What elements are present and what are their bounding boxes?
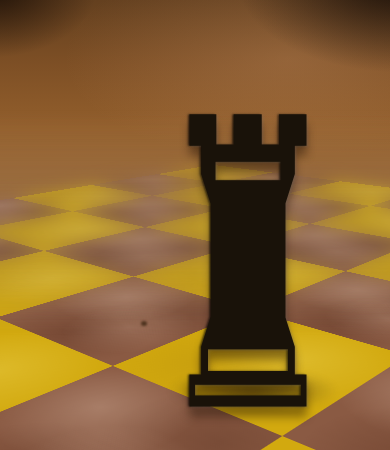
photo-frame: ♜ (0, 0, 390, 450)
black-rook-piece[interactable]: ♜ (144, 68, 352, 450)
